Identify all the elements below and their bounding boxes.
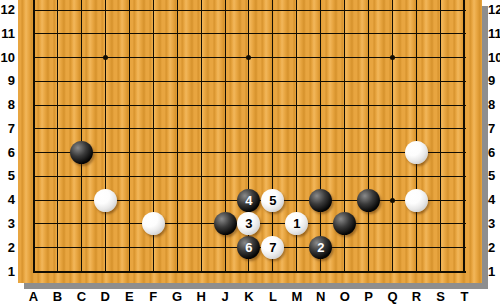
row-label-left-9: 9 xyxy=(0,73,15,89)
stone-white-F3[interactable] xyxy=(142,212,165,235)
grid-line-horizontal-6 xyxy=(33,152,466,153)
stone-black-J3[interactable] xyxy=(214,212,237,235)
grid-line-vertical-L xyxy=(272,0,273,273)
move-number-5: 5 xyxy=(269,194,276,207)
row-label-right-5: 5 xyxy=(488,168,500,184)
grid-line-horizontal-8 xyxy=(33,105,466,106)
star-point-D10 xyxy=(103,55,108,60)
move-number-4: 4 xyxy=(245,194,252,207)
column-label-N: N xyxy=(311,289,331,305)
grid-line-vertical-P xyxy=(368,0,369,273)
go-diagram: 4623571121110987654321121110987654321ABC… xyxy=(0,0,500,308)
grid-line-horizontal-9 xyxy=(33,81,466,82)
grid-line-vertical-B xyxy=(57,0,58,273)
row-label-right-1: 1 xyxy=(488,264,500,280)
row-label-right-6: 6 xyxy=(488,145,500,161)
column-label-Q: Q xyxy=(383,289,403,305)
row-label-right-10: 10 xyxy=(488,50,500,66)
move-number-1: 1 xyxy=(293,217,300,230)
row-label-left-8: 8 xyxy=(0,97,15,113)
row-label-left-12: 12 xyxy=(0,2,15,18)
row-label-left-2: 2 xyxy=(0,240,15,256)
grid-line-vertical-C xyxy=(81,0,82,273)
move-number-2: 2 xyxy=(317,241,324,254)
grid-line-horizontal-5 xyxy=(33,176,466,177)
column-label-L: L xyxy=(263,289,283,305)
column-label-P: P xyxy=(359,289,379,305)
column-label-G: G xyxy=(167,289,187,305)
stone-white-R4[interactable] xyxy=(405,189,428,212)
row-label-right-3: 3 xyxy=(488,216,500,232)
stone-black-C6[interactable] xyxy=(70,141,93,164)
grid-line-vertical-D xyxy=(105,0,106,273)
column-label-O: O xyxy=(335,289,355,305)
move-number-6: 6 xyxy=(245,241,252,254)
grid-line-vertical-G xyxy=(177,0,178,273)
column-label-B: B xyxy=(47,289,67,305)
grid-line-vertical-S xyxy=(440,0,441,273)
column-label-F: F xyxy=(143,289,163,305)
row-label-left-10: 10 xyxy=(0,50,15,66)
column-label-S: S xyxy=(430,289,450,305)
star-point-Q4 xyxy=(390,198,395,203)
stone-white-D4[interactable] xyxy=(94,189,117,212)
grid-line-vertical-Q xyxy=(392,0,393,273)
row-label-right-12: 12 xyxy=(488,2,500,18)
grid-line-horizontal-7 xyxy=(33,128,466,129)
column-label-R: R xyxy=(407,289,427,305)
row-label-left-5: 5 xyxy=(0,168,15,184)
stone-black-N4[interactable] xyxy=(309,189,332,212)
grid-line-vertical-H xyxy=(201,0,202,273)
grid-line-vertical-R xyxy=(416,0,417,273)
move-number-7: 7 xyxy=(269,241,276,254)
column-label-H: H xyxy=(191,289,211,305)
row-label-right-11: 11 xyxy=(488,26,500,42)
row-label-left-1: 1 xyxy=(0,264,15,280)
row-label-left-7: 7 xyxy=(0,121,15,137)
grid-line-horizontal-11 xyxy=(33,33,466,34)
grid-line-vertical-N xyxy=(320,0,321,273)
stone-black-K4[interactable]: 4 xyxy=(237,189,260,212)
column-label-A: A xyxy=(24,289,44,305)
column-label-D: D xyxy=(95,289,115,305)
column-label-M: M xyxy=(287,289,307,305)
stone-black-P4[interactable] xyxy=(357,189,380,212)
row-label-right-8: 8 xyxy=(488,97,500,113)
row-label-right-9: 9 xyxy=(488,73,500,89)
row-label-left-3: 3 xyxy=(0,216,15,232)
row-label-right-7: 7 xyxy=(488,121,500,137)
row-label-left-6: 6 xyxy=(0,145,15,161)
column-label-E: E xyxy=(119,289,139,305)
column-label-K: K xyxy=(239,289,259,305)
stone-white-L4[interactable]: 5 xyxy=(261,189,284,212)
grid-line-vertical-T xyxy=(463,0,465,273)
move-number-3: 3 xyxy=(245,217,252,230)
row-label-left-11: 11 xyxy=(0,26,15,42)
row-label-left-4: 4 xyxy=(0,192,15,208)
column-label-T: T xyxy=(454,289,474,305)
column-label-C: C xyxy=(71,289,91,305)
grid-line-horizontal-1 xyxy=(33,271,466,273)
row-label-right-4: 4 xyxy=(488,192,500,208)
grid-line-horizontal-12 xyxy=(33,10,466,11)
grid-line-vertical-A xyxy=(33,0,35,273)
row-label-right-2: 2 xyxy=(488,240,500,256)
grid-line-vertical-E xyxy=(129,0,130,273)
column-label-J: J xyxy=(215,289,235,305)
